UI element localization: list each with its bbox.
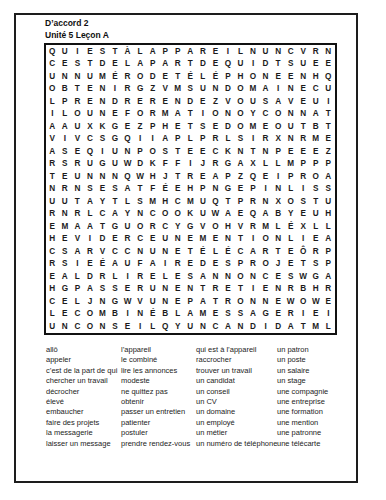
- grid-cell: V: [96, 245, 109, 258]
- grid-cell: V: [71, 133, 84, 146]
- grid-cell: I: [247, 233, 260, 246]
- grid-cell: N: [134, 245, 147, 258]
- grid-cell: N: [71, 70, 84, 83]
- grid-cell: E: [272, 270, 285, 283]
- word-list-item: trouver un travail: [196, 366, 277, 376]
- grid-cell: J: [159, 170, 172, 183]
- grid-cell: R: [71, 158, 84, 171]
- grid-cell: Z: [134, 120, 147, 133]
- grid-cell: A: [146, 45, 159, 58]
- grid-cell: M: [197, 233, 210, 246]
- grid-cell: S: [71, 58, 84, 71]
- grid-cell: N: [134, 208, 147, 221]
- grid-cell: S: [297, 195, 310, 208]
- grid-cell: E: [84, 83, 97, 96]
- grid-cell: C: [234, 245, 247, 258]
- grid-cell: I: [71, 258, 84, 271]
- grid-cell: F: [121, 108, 134, 121]
- grid-cell: A: [71, 245, 84, 258]
- grid-cell: A: [197, 270, 210, 283]
- grid-cell: U: [146, 295, 159, 308]
- grid-cell: E: [309, 308, 322, 321]
- word-list-item: une entreprise: [277, 397, 328, 407]
- grid-cell: G: [109, 295, 122, 308]
- grid-cell: N: [259, 295, 272, 308]
- grid-cell: P: [284, 170, 297, 183]
- grid-cell: E: [59, 308, 72, 321]
- grid-cell: P: [297, 158, 310, 171]
- grid-cell: C: [109, 245, 122, 258]
- grid-cell: A: [247, 308, 260, 321]
- word-list-item: un conseil: [196, 387, 277, 397]
- grid-cell: N: [247, 295, 260, 308]
- grid-cell: C: [71, 320, 84, 333]
- grid-cell: R: [284, 283, 297, 296]
- grid-cell: D: [197, 258, 210, 271]
- grid-cell: E: [84, 258, 97, 271]
- grid-cell: E: [209, 58, 222, 71]
- worksheet-title: D’accord 2 Unité 5 Leçon A: [45, 17, 109, 41]
- grid-cell: K: [184, 208, 197, 221]
- grid-cell: A: [46, 145, 59, 158]
- grid-cell: S: [59, 258, 72, 271]
- grid-cell: B: [109, 308, 122, 321]
- grid-cell: P: [222, 70, 235, 83]
- grid-cell: L: [197, 70, 210, 83]
- grid-cell: S: [284, 270, 297, 283]
- grid-cell: P: [146, 58, 159, 71]
- grid-cell: S: [59, 145, 72, 158]
- grid-cell: C: [259, 108, 272, 121]
- grid-cell: N: [247, 45, 260, 58]
- grid-cell: U: [121, 220, 134, 233]
- grid-cell: T: [297, 258, 310, 271]
- grid-cell: A: [197, 295, 210, 308]
- grid-cell: L: [222, 133, 235, 146]
- word-list-item: passer un entretien: [121, 407, 190, 417]
- grid-cell: H: [309, 283, 322, 296]
- grid-cell: A: [146, 258, 159, 271]
- grid-cell: T: [184, 245, 197, 258]
- grid-cell: W: [297, 270, 310, 283]
- grid-cell: E: [184, 258, 197, 271]
- grid-cell: C: [171, 195, 184, 208]
- grid-cell: I: [184, 158, 197, 171]
- grid-cell: C: [259, 270, 272, 283]
- grid-cell: W: [121, 295, 134, 308]
- grid-cell: A: [134, 58, 147, 71]
- word-list-item: l’appareil: [121, 345, 190, 355]
- grid-cell: T: [222, 195, 235, 208]
- grid-cell: T: [297, 320, 310, 333]
- grid-cell: I: [259, 320, 272, 333]
- grid-cell: G: [109, 133, 122, 146]
- grid-cell: I: [247, 283, 260, 296]
- grid-cell: L: [322, 220, 335, 233]
- grid-cell: C: [134, 233, 147, 246]
- grid-cell: B: [159, 308, 172, 321]
- grid-cell: E: [197, 145, 210, 158]
- grid-cell: G: [259, 308, 272, 321]
- grid-cell: M: [146, 195, 159, 208]
- grid-cell: A: [309, 108, 322, 121]
- grid-cell: S: [184, 83, 197, 96]
- grid-cell: M: [96, 70, 109, 83]
- title-line-book: D’accord 2: [45, 17, 109, 29]
- grid-cell: D: [184, 95, 197, 108]
- grid-cell: S: [309, 183, 322, 196]
- grid-cell: E: [46, 270, 59, 283]
- grid-cell: R: [46, 208, 59, 221]
- grid-cell: D: [259, 58, 272, 71]
- grid-cell: E: [184, 233, 197, 246]
- grid-cell: A: [84, 195, 97, 208]
- grid-cell: T: [234, 233, 247, 246]
- grid-cell: C: [71, 308, 84, 321]
- grid-cell: A: [121, 183, 134, 196]
- grid-cell: T: [184, 120, 197, 133]
- grid-cell: E: [209, 45, 222, 58]
- word-list-item: un poste: [277, 355, 328, 365]
- grid-cell: D: [222, 120, 235, 133]
- grid-cell: E: [297, 208, 310, 221]
- grid-cell: P: [222, 170, 235, 183]
- grid-cell: L: [184, 133, 197, 146]
- grid-cell: O: [134, 108, 147, 121]
- grid-cell: O: [259, 233, 272, 246]
- grid-cell: O: [259, 258, 272, 271]
- grid-cell: S: [234, 133, 247, 146]
- grid-cell: L: [71, 295, 84, 308]
- grid-cell: I: [159, 258, 172, 271]
- grid-cell: A: [59, 120, 72, 133]
- grid-cell: N: [84, 170, 97, 183]
- grid-cell: E: [197, 95, 210, 108]
- grid-cell: A: [284, 320, 297, 333]
- grid-cell: O: [171, 208, 184, 221]
- grid-cell: X: [272, 133, 285, 146]
- grid-cell: E: [259, 120, 272, 133]
- grid-cell: I: [297, 308, 310, 321]
- grid-cell: N: [96, 83, 109, 96]
- grid-cell: P: [197, 183, 210, 196]
- grid-cell: A: [247, 245, 260, 258]
- grid-cell: T: [84, 58, 97, 71]
- grid-cell: G: [222, 183, 235, 196]
- grid-cell: N: [171, 95, 184, 108]
- grid-cell: U: [59, 195, 72, 208]
- grid-cell: M: [284, 158, 297, 171]
- grid-cell: P: [234, 195, 247, 208]
- grid-cell: H: [184, 183, 197, 196]
- grid-cell: T: [309, 195, 322, 208]
- word-list-item: un candidat: [196, 376, 277, 386]
- word-list-item: modeste: [121, 376, 190, 386]
- grid-cell: P: [272, 145, 285, 158]
- grid-cell: E: [59, 58, 72, 71]
- grid-cell: O: [234, 83, 247, 96]
- word-list-item: qui est à l’appareil: [196, 345, 277, 355]
- grid-cell: N: [259, 145, 272, 158]
- grid-cell: A: [209, 170, 222, 183]
- grid-cell: N: [297, 108, 310, 121]
- grid-cell: Ô: [297, 245, 310, 258]
- grid-cell: D: [84, 270, 97, 283]
- grid-cell: M: [247, 120, 260, 133]
- grid-cell: D: [134, 158, 147, 171]
- grid-cell: R: [259, 245, 272, 258]
- grid-cell: B: [272, 208, 285, 221]
- grid-cell: I: [297, 183, 310, 196]
- grid-cell: Q: [247, 208, 260, 221]
- grid-cell: I: [59, 133, 72, 146]
- grid-cell: A: [259, 208, 272, 221]
- grid-cell: O: [134, 220, 147, 233]
- grid-cell: T: [297, 120, 310, 133]
- grid-cell: O: [234, 120, 247, 133]
- grid-cell: I: [272, 83, 285, 96]
- grid-cell: E: [121, 283, 134, 296]
- grid-cell: A: [322, 233, 335, 246]
- grid-cell: F: [134, 258, 147, 271]
- grid-cell: U: [84, 70, 97, 83]
- word-list-item: prendre rendez-vous: [121, 439, 190, 449]
- grid-cell: R: [46, 258, 59, 271]
- grid-cell: H: [159, 120, 172, 133]
- grid-cell: N: [121, 145, 134, 158]
- word-list-item: allô: [46, 345, 117, 355]
- grid-cell: E: [297, 145, 310, 158]
- grid-cell: T: [109, 195, 122, 208]
- grid-cell: Z: [146, 83, 159, 96]
- grid-cell: J: [272, 258, 285, 271]
- grid-cell: C: [309, 83, 322, 96]
- grid-cell: O: [234, 95, 247, 108]
- word-list-item: une télécarte: [277, 439, 328, 449]
- grid-cell: I: [134, 133, 147, 146]
- grid-cell: E: [59, 170, 72, 183]
- grid-cell: S: [159, 145, 172, 158]
- grid-cell: G: [134, 83, 147, 96]
- grid-cell: R: [309, 45, 322, 58]
- grid-cell: R: [134, 283, 147, 296]
- grid-cell: J: [84, 295, 97, 308]
- grid-cell: J: [197, 158, 210, 171]
- grid-cell: I: [121, 270, 134, 283]
- grid-cell: F: [146, 183, 159, 196]
- grid-cell: E: [146, 270, 159, 283]
- grid-cell: I: [84, 233, 97, 246]
- grid-cell: R: [209, 283, 222, 296]
- grid-cell: T: [184, 108, 197, 121]
- grid-cell: N: [209, 83, 222, 96]
- grid-cell: Z: [322, 145, 335, 158]
- grid-cell: I: [297, 233, 310, 246]
- grid-cell: V: [297, 45, 310, 58]
- grid-cell: E: [284, 145, 297, 158]
- grid-cell: A: [109, 208, 122, 221]
- word-list-item: c’est de la part de qui: [46, 366, 117, 376]
- grid-cell: N: [46, 183, 59, 196]
- grid-cell: R: [222, 295, 235, 308]
- grid-cell: D: [247, 320, 260, 333]
- grid-cell: E: [121, 320, 134, 333]
- grid-cell: F: [159, 158, 172, 171]
- grid-cell: M: [259, 220, 272, 233]
- grid-cell: E: [59, 233, 72, 246]
- grid-cell: M: [184, 195, 197, 208]
- grid-cell: E: [146, 233, 159, 246]
- grid-cell: N: [71, 183, 84, 196]
- grid-cell: Z: [234, 170, 247, 183]
- grid-cell: R: [96, 270, 109, 283]
- grid-cell: R: [322, 283, 335, 296]
- grid-cell: N: [272, 233, 285, 246]
- word-list-item: le combiné: [121, 355, 190, 365]
- grid-cell: A: [71, 220, 84, 233]
- word-list-item: faire des projets: [46, 418, 117, 428]
- grid-cell: V: [222, 95, 235, 108]
- grid-cell: O: [134, 70, 147, 83]
- grid-cell: U: [146, 283, 159, 296]
- grid-cell: R: [284, 308, 297, 321]
- word-list-item: un CV: [196, 397, 277, 407]
- grid-cell: F: [171, 158, 184, 171]
- grid-cell: M: [247, 83, 260, 96]
- grid-cell: P: [247, 183, 260, 196]
- grid-cell: L: [284, 233, 297, 246]
- grid-cell: N: [59, 208, 72, 221]
- grid-cell: R: [146, 108, 159, 121]
- grid-cell: S: [109, 283, 122, 296]
- grid-cell: O: [234, 270, 247, 283]
- grid-cell: I: [71, 45, 84, 58]
- word-list-item: postuler: [121, 428, 190, 438]
- grid-cell: É: [159, 183, 172, 196]
- grid-cell: R: [171, 58, 184, 71]
- grid-cell: N: [272, 45, 285, 58]
- grid-cell: N: [259, 70, 272, 83]
- grid-cell: V: [71, 233, 84, 246]
- grid-cell: S: [222, 308, 235, 321]
- grid-cell: É: [197, 245, 210, 258]
- grid-cell: U: [71, 120, 84, 133]
- grid-cell: R: [247, 220, 260, 233]
- grid-cell: A: [322, 270, 335, 283]
- grid-cell: Q: [121, 170, 134, 183]
- grid-cell: X: [84, 120, 97, 133]
- grid-cell: E: [209, 308, 222, 321]
- grid-cell: E: [234, 208, 247, 221]
- grid-cell: I: [109, 83, 122, 96]
- grid-cell: R: [184, 170, 197, 183]
- grid-cell: E: [121, 120, 134, 133]
- grid-cell: C: [121, 245, 134, 258]
- grid-cell: L: [259, 158, 272, 171]
- grid-cell: Y: [284, 208, 297, 221]
- word-list-item: patienter: [121, 418, 190, 428]
- grid-cell: E: [109, 108, 122, 121]
- grid-cell: E: [272, 308, 285, 321]
- grid-cell: G: [109, 220, 122, 233]
- grid-cell: U: [146, 245, 159, 258]
- grid-cell: É: [109, 70, 122, 83]
- grid-cell: U: [309, 208, 322, 221]
- grid-cell: À: [121, 45, 134, 58]
- grid-cell: A: [322, 170, 335, 183]
- grid-cell: E: [159, 70, 172, 83]
- grid-cell: S: [184, 270, 197, 283]
- grid-cell: W: [284, 295, 297, 308]
- grid-cell: Q: [121, 133, 134, 146]
- word-list-item: une formation: [277, 407, 328, 417]
- word-list-item: un métier: [196, 428, 277, 438]
- word-list-column-4: un patronun posteun salaireun stageune c…: [277, 345, 328, 449]
- grid-cell: E: [322, 133, 335, 146]
- grid-cell: P: [171, 45, 184, 58]
- word-list-item: un stage: [277, 376, 328, 386]
- grid-cell: R: [297, 133, 310, 146]
- grid-cell: G: [96, 158, 109, 171]
- grid-cell: S: [59, 245, 72, 258]
- grid-cell: W: [309, 295, 322, 308]
- grid-cell: M: [309, 320, 322, 333]
- grid-cell: N: [272, 183, 285, 196]
- grid-cell: I: [247, 133, 260, 146]
- grid-cell: L: [46, 308, 59, 321]
- grid-cell: U: [297, 58, 310, 71]
- word-search-grid-box: QUIESTÀLAPPAREILNUNCVRNCESTDELAPARTDEQUI…: [44, 43, 337, 335]
- grid-cell: R: [309, 245, 322, 258]
- grid-cell: É: [146, 308, 159, 321]
- word-list-item: un salaire: [277, 366, 328, 376]
- grid-cell: S: [222, 258, 235, 271]
- grid-cell: N: [209, 183, 222, 196]
- grid-cell: I: [259, 183, 272, 196]
- grid-cell: U: [197, 195, 210, 208]
- grid-cell: E: [309, 233, 322, 246]
- grid-cell: I: [322, 95, 335, 108]
- grid-cell: O: [209, 220, 222, 233]
- grid-cell: E: [272, 295, 285, 308]
- grid-cell: N: [284, 133, 297, 146]
- grid-cell: P: [234, 258, 247, 271]
- grid-cell: T: [96, 220, 109, 233]
- grid-cell: I: [46, 108, 59, 121]
- grid-cell: T: [134, 183, 147, 196]
- grid-cell: C: [46, 58, 59, 71]
- word-list-column-3: qui est à l’appareilraccrochertrouver un…: [196, 345, 277, 449]
- grid-cell: L: [59, 108, 72, 121]
- grid-cell: W: [134, 170, 147, 183]
- grid-cell: N: [109, 170, 122, 183]
- grid-cell: U: [284, 120, 297, 133]
- grid-cell: O: [71, 108, 84, 121]
- grid-cell: U: [46, 320, 59, 333]
- grid-cell: P: [322, 258, 335, 271]
- grid-cell: N: [134, 308, 147, 321]
- grid-cell: Q: [46, 45, 59, 58]
- grid-cell: L: [272, 158, 285, 171]
- grid-cell: R: [71, 208, 84, 221]
- grid-cell: A: [259, 83, 272, 96]
- word-list-item: une compagnie: [277, 387, 328, 397]
- grid-cell: C: [209, 145, 222, 158]
- grid-cell: S: [96, 283, 109, 296]
- grid-cell: E: [171, 283, 184, 296]
- grid-cell: Q: [84, 145, 97, 158]
- grid-cell: S: [259, 95, 272, 108]
